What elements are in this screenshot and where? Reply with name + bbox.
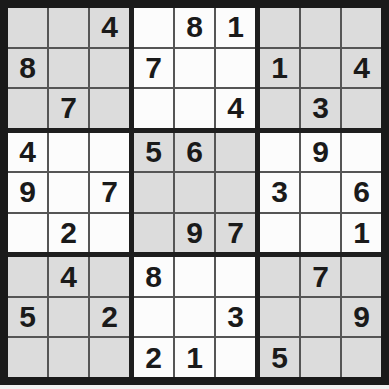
cell-r7c2-given[interactable]: 4: [49, 257, 88, 296]
cell-r4c3-empty[interactable]: [90, 133, 129, 172]
cell-r1c4-empty[interactable]: [134, 8, 173, 47]
cell-r6c9-given[interactable]: 1: [342, 214, 381, 253]
cell-r9c8-empty[interactable]: [301, 338, 340, 377]
cell-r2c8-empty[interactable]: [301, 49, 340, 88]
cell-r1c3-given[interactable]: 4: [90, 8, 129, 47]
cell-r1c7-empty[interactable]: [260, 8, 299, 47]
box-1-1: 487: [8, 8, 129, 128]
cell-r5c4-empty[interactable]: [134, 173, 173, 212]
cell-r9c4-given[interactable]: 2: [134, 338, 173, 377]
cell-r6c3-empty[interactable]: [90, 214, 129, 253]
cell-r4c4-given[interactable]: 5: [134, 133, 173, 172]
cell-r7c5-empty[interactable]: [175, 257, 214, 296]
cell-r7c3-empty[interactable]: [90, 257, 129, 296]
cell-r8c2-empty[interactable]: [49, 298, 88, 337]
cell-r2c2-empty[interactable]: [49, 49, 88, 88]
cell-r9c9-empty[interactable]: [342, 338, 381, 377]
cell-r5c3-given[interactable]: 7: [90, 173, 129, 212]
cell-r1c5-given[interactable]: 8: [175, 8, 214, 47]
cell-r8c8-empty[interactable]: [301, 298, 340, 337]
cell-r3c9-empty[interactable]: [342, 89, 381, 128]
cell-r9c5-given[interactable]: 1: [175, 338, 214, 377]
cell-r8c7-empty[interactable]: [260, 298, 299, 337]
cell-r4c9-empty[interactable]: [342, 133, 381, 172]
cell-r4c2-empty[interactable]: [49, 133, 88, 172]
cell-r7c9-empty[interactable]: [342, 257, 381, 296]
cell-r7c4-given[interactable]: 8: [134, 257, 173, 296]
cell-r4c8-given[interactable]: 9: [301, 133, 340, 172]
box-1-3: 143: [260, 8, 381, 128]
box-2-2: 5697: [134, 133, 255, 253]
cell-r8c5-empty[interactable]: [175, 298, 214, 337]
cell-r5c9-given[interactable]: 6: [342, 173, 381, 212]
cell-r5c1-given[interactable]: 9: [8, 173, 47, 212]
cell-r4c6-empty[interactable]: [216, 133, 255, 172]
box-3-3: 795: [260, 257, 381, 377]
cell-r6c6-given[interactable]: 7: [216, 214, 255, 253]
cell-r5c8-empty[interactable]: [301, 173, 340, 212]
cell-r5c5-empty[interactable]: [175, 173, 214, 212]
cell-r8c9-given[interactable]: 9: [342, 298, 381, 337]
cell-r1c1-empty[interactable]: [8, 8, 47, 47]
box-3-1: 452: [8, 257, 129, 377]
cell-r7c8-given[interactable]: 7: [301, 257, 340, 296]
cell-r3c1-empty[interactable]: [8, 89, 47, 128]
cell-r6c7-empty[interactable]: [260, 214, 299, 253]
box-2-1: 4972: [8, 133, 129, 253]
cell-r3c7-empty[interactable]: [260, 89, 299, 128]
cell-r5c6-empty[interactable]: [216, 173, 255, 212]
cell-r4c7-empty[interactable]: [260, 133, 299, 172]
cell-r9c1-empty[interactable]: [8, 338, 47, 377]
cell-r3c6-given[interactable]: 4: [216, 89, 255, 128]
cell-r6c8-empty[interactable]: [301, 214, 340, 253]
cell-r1c2-empty[interactable]: [49, 8, 88, 47]
cell-r2c5-empty[interactable]: [175, 49, 214, 88]
cell-r7c1-empty[interactable]: [8, 257, 47, 296]
cell-r9c3-empty[interactable]: [90, 338, 129, 377]
cell-r4c5-given[interactable]: 6: [175, 133, 214, 172]
cell-r2c7-given[interactable]: 1: [260, 49, 299, 88]
box-3-2: 8321: [134, 257, 255, 377]
cell-r3c3-empty[interactable]: [90, 89, 129, 128]
cell-r8c1-given[interactable]: 5: [8, 298, 47, 337]
sudoku-board: 48781741434972569793614528321795: [8, 8, 381, 377]
cell-r3c4-empty[interactable]: [134, 89, 173, 128]
cell-r2c4-given[interactable]: 7: [134, 49, 173, 88]
cell-r3c5-empty[interactable]: [175, 89, 214, 128]
cell-r9c6-empty[interactable]: [216, 338, 255, 377]
cell-r8c3-given[interactable]: 2: [90, 298, 129, 337]
cell-r3c2-given[interactable]: 7: [49, 89, 88, 128]
cell-r9c2-empty[interactable]: [49, 338, 88, 377]
cell-r7c7-empty[interactable]: [260, 257, 299, 296]
sudoku-frame: 48781741434972569793614528321795: [0, 0, 389, 389]
cell-r3c8-given[interactable]: 3: [301, 89, 340, 128]
cell-r1c9-empty[interactable]: [342, 8, 381, 47]
box-2-3: 9361: [260, 133, 381, 253]
cell-r4c1-given[interactable]: 4: [8, 133, 47, 172]
cell-r9c7-given[interactable]: 5: [260, 338, 299, 377]
cell-r7c6-empty[interactable]: [216, 257, 255, 296]
cell-r6c2-given[interactable]: 2: [49, 214, 88, 253]
cell-r5c7-given[interactable]: 3: [260, 173, 299, 212]
cell-r1c6-given[interactable]: 1: [216, 8, 255, 47]
cell-r2c9-given[interactable]: 4: [342, 49, 381, 88]
box-1-2: 8174: [134, 8, 255, 128]
cell-r2c3-empty[interactable]: [90, 49, 129, 88]
cell-r2c1-given[interactable]: 8: [8, 49, 47, 88]
cell-r5c2-empty[interactable]: [49, 173, 88, 212]
cell-r6c5-given[interactable]: 9: [175, 214, 214, 253]
cell-r2c6-empty[interactable]: [216, 49, 255, 88]
cell-r6c1-empty[interactable]: [8, 214, 47, 253]
cell-r1c8-empty[interactable]: [301, 8, 340, 47]
cell-r8c6-given[interactable]: 3: [216, 298, 255, 337]
cell-r6c4-empty[interactable]: [134, 214, 173, 253]
bottom-edge-strip: [0, 385, 389, 389]
cell-r8c4-empty[interactable]: [134, 298, 173, 337]
